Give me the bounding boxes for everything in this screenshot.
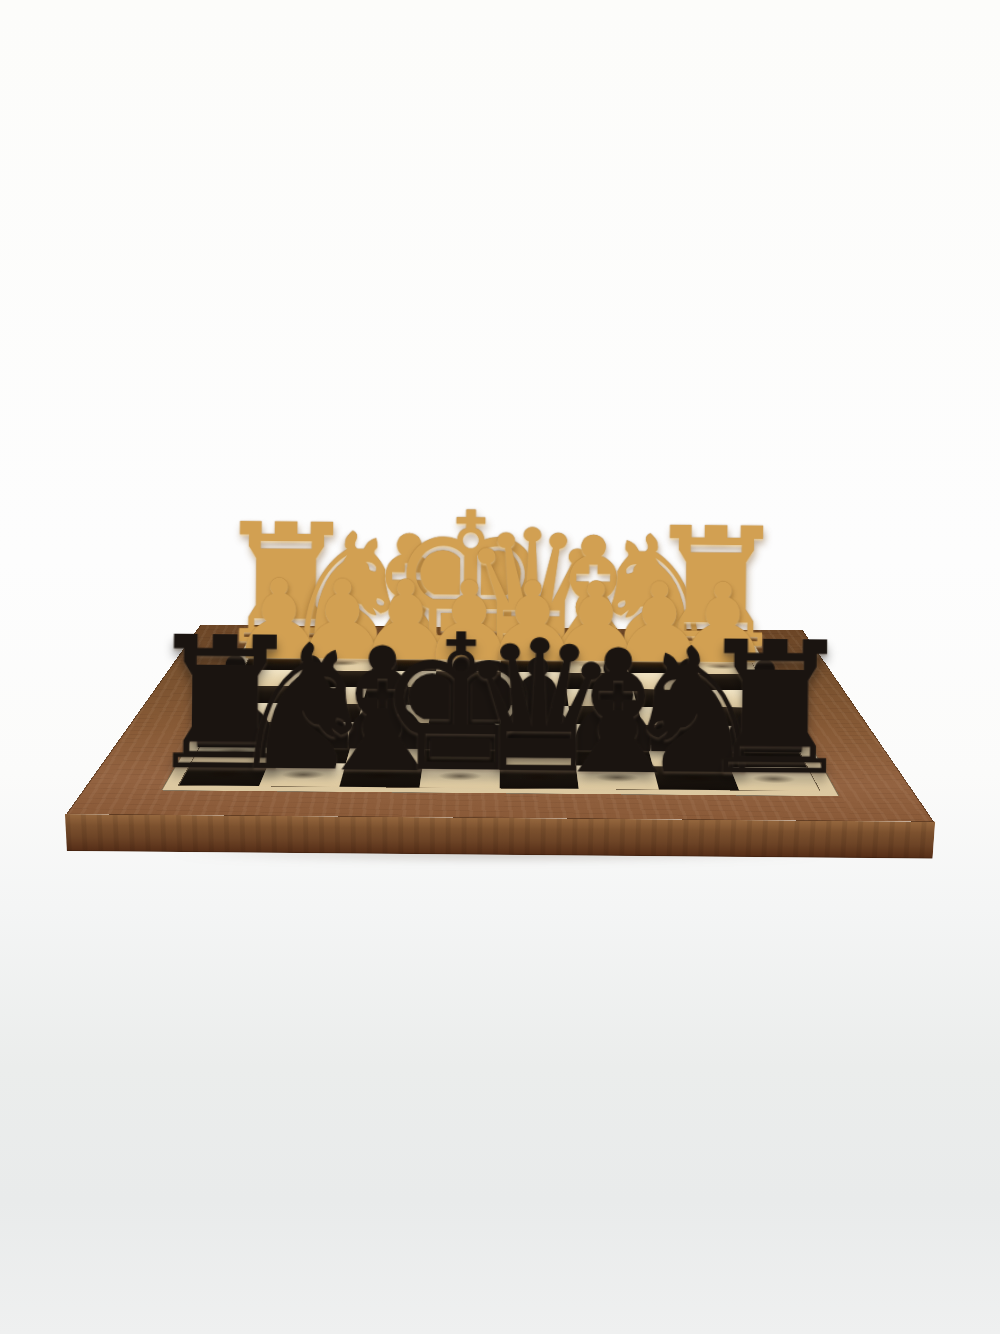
studio-backdrop: ♜♞♝♚♛♝♞♜♟♟♟♟♟♟♟♟♟♟♟♟♟♟♟♟♜♞♝♚♛♝♞♜ bbox=[0, 0, 1000, 1334]
chess-board: ♜♞♝♚♛♝♞♜♟♟♟♟♟♟♟♟♟♟♟♟♟♟♟♟♜♞♝♚♛♝♞♜ bbox=[66, 624, 934, 821]
board-grid: ♜♞♝♚♛♝♞♜♟♟♟♟♟♟♟♟♟♟♟♟♟♟♟♟♜♞♝♚♛♝♞♜ bbox=[177, 640, 820, 791]
board-front-edge bbox=[64, 814, 934, 859]
black-rook[interactable]: ♜ bbox=[691, 617, 856, 801]
board-perspective-wrapper: ♜♞♝♚♛♝♞♜♟♟♟♟♟♟♟♟♟♟♟♟♟♟♟♟♜♞♝♚♛♝♞♜ bbox=[0, 0, 1000, 1334]
board-maple-border: ♜♞♝♚♛♝♞♜♟♟♟♟♟♟♟♟♟♟♟♟♟♟♟♟♜♞♝♚♛♝♞♜ bbox=[160, 637, 839, 795]
square-a8[interactable]: ♜ bbox=[730, 766, 819, 790]
